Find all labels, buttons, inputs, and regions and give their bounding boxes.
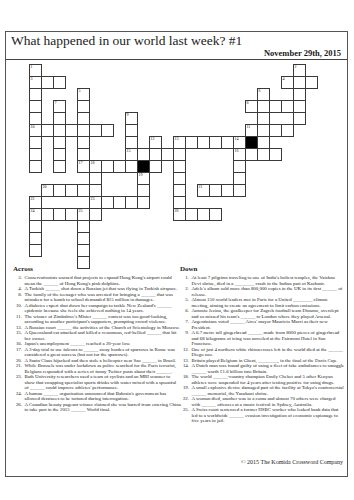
clue-number: 7.: [180, 319, 189, 330]
clue-text: Antonio Jezina, the goalkeeper for Zagre…: [192, 308, 346, 319]
clue-text: A Canadian beauty pageant winner claimed…: [25, 402, 182, 413]
clue-number: 15.: [13, 330, 22, 341]
across-header: Across: [13, 265, 181, 273]
clue-number: 14.: [180, 363, 189, 374]
cell-number: 6: [259, 89, 261, 94]
cell-number: 16: [235, 149, 239, 154]
clue-text: A Queensland cat attacked and killed a v…: [25, 330, 182, 341]
clue-number: 8.: [13, 292, 22, 303]
puzzle-sheet: What happened in our world last week? #1…: [5, 31, 348, 477]
clue: 25.A Swiss court sentenced a former HSBC…: [180, 407, 345, 424]
clue-text: A diabetes expert shut down her campaign…: [25, 303, 182, 314]
cell-number: 5: [79, 89, 81, 94]
down-list: 1.At least 7 pilgrims traveling to one o…: [180, 275, 345, 424]
copyright-footer: © 2015 The Komida Crossword Company: [241, 459, 343, 465]
grid-cell: [29, 244, 42, 257]
clue-text: Adele's album sold more than 800,000 cop…: [192, 286, 346, 297]
cell-number: 2: [295, 65, 297, 70]
grid-cell: [293, 112, 306, 125]
clue: 18.The world ______-country champion Emi…: [180, 374, 345, 385]
clue-text: One of just 4 northern white rhinocerose…: [192, 347, 346, 358]
clue-number: 5.: [180, 297, 189, 308]
page-title: What happened in our world last week? #1: [11, 33, 342, 49]
grid-cell: [269, 148, 282, 161]
clue-number: 3.: [13, 275, 22, 286]
clue: 3.Conservationists warned that projects …: [13, 275, 181, 286]
cell-number: 17: [79, 161, 83, 166]
clue-number: 11.: [13, 314, 22, 325]
down-header: Down: [180, 265, 345, 273]
clue: 9.A 6.7 metre tall gingerbread ______ ma…: [180, 330, 345, 347]
clue-text: At least 7 pilgrims traveling to one of …: [192, 275, 346, 286]
cell-number: 3: [31, 77, 33, 82]
clue-number: 21.: [13, 363, 22, 374]
clue: 24.A human ______ organisation announced…: [13, 391, 181, 402]
cell-number: 19: [139, 173, 143, 178]
cell-number: 15: [127, 149, 131, 154]
clue-text: The family of the teenager who was arres…: [25, 292, 182, 303]
cell-number: 8: [247, 101, 249, 106]
clue: 12.One of just 4 northern white rhinocer…: [180, 347, 345, 358]
grid-cell: [101, 124, 114, 137]
clue-text: A Swiss court sentenced a former HSBC wo…: [192, 407, 346, 424]
cell-number: 26: [175, 209, 179, 214]
clue: 19.A small explosive device damaged part…: [180, 385, 345, 396]
down-clues: Down 1.At least 7 pilgrims traveling to …: [180, 265, 345, 424]
cell-number: 9: [127, 113, 129, 118]
cell-number: 24: [31, 209, 35, 214]
across-list: 3.Conservationists warned that projects …: [13, 275, 181, 413]
clue: 23.Bath University researchers used a te…: [13, 374, 181, 391]
cell-number: 1: [31, 65, 33, 70]
clue-number: 10.: [13, 303, 22, 314]
clue-number: 25.: [180, 407, 189, 424]
cell-number: 18: [91, 161, 95, 166]
clue-text: The world ______-country champion Emily …: [192, 374, 346, 385]
clue-number: 23.: [13, 374, 22, 391]
clue: 10.A diabetes expert shut down her campa…: [13, 303, 181, 314]
clue: 22.A woman died, another was in a coma a…: [180, 396, 345, 407]
clue-number: 9.: [180, 330, 189, 347]
clue: 14.A Dutch man was found guilty of using…: [180, 363, 345, 374]
clue-number: 22.: [180, 396, 189, 407]
cell-number: 23: [91, 197, 95, 202]
page-header: What happened in our world last week? #1…: [6, 32, 347, 60]
clue-number: 12.: [180, 347, 189, 358]
clue-text: A small explosive device damaged part of…: [192, 385, 346, 396]
grid-cell: [233, 184, 246, 197]
clue: 6.Antonio Jezina, the goalkeeper for Zag…: [180, 308, 345, 319]
crossword-page: { "game": "crossword", "header": { "titl…: [0, 0, 354, 500]
grid-cell: [89, 208, 102, 221]
cell-number: 10: [31, 125, 35, 130]
grid-cell: [53, 160, 66, 173]
cell-number: 22: [31, 197, 35, 202]
clue-text: Almost 150 world leaders met in Paris fo…: [192, 297, 346, 308]
clue-number: 19.: [180, 385, 189, 396]
clue: 1.At least 7 pilgrims traveling to one o…: [180, 275, 345, 286]
clue-text: A human ______ organisation announced th…: [25, 391, 182, 402]
grid-cell: [29, 160, 42, 173]
cell-number: 7: [55, 101, 57, 106]
clue-number: 26.: [13, 402, 22, 413]
grid-cell: [209, 208, 222, 221]
grid-cell: [305, 76, 318, 89]
clue: 11.The winner of Zimbabwe's Mister _____…: [13, 314, 181, 325]
cell-number: 25: [79, 209, 83, 214]
clue-text: A 3-day trial to use falcons to ______ a…: [25, 347, 182, 358]
clue-number: 1.: [180, 275, 189, 286]
cell-number: 12: [151, 137, 155, 142]
clue-text: Bath University researchers used a team …: [25, 374, 182, 391]
clue-number: 17.: [13, 347, 22, 358]
page-date: November 29th, 2015: [11, 48, 342, 58]
clue-number: 24.: [13, 391, 22, 402]
cell-number: 13: [175, 137, 179, 142]
clue-number: 18.: [180, 374, 189, 385]
clue-text: A Dutch man was found guilty of using a …: [192, 363, 346, 374]
cell-number: 11: [247, 125, 251, 130]
clue-text: Argentinians voted ______ Aires' mayor M…: [192, 319, 346, 330]
clue: 8.The family of the teenager who was arr…: [13, 292, 181, 303]
crossword-grid: 1234567891011121314151617181920212223242…: [29, 64, 317, 268]
clue: 7.Argentinians voted ______ Aires' mayor…: [180, 319, 345, 330]
clue: 26.A Canadian beauty pageant winner clai…: [13, 402, 181, 413]
clue-text: A woman died, another was in a coma and …: [192, 396, 346, 407]
grid-cell: [281, 124, 294, 137]
clue-number: 2.: [180, 286, 189, 297]
cell-number: 4: [283, 77, 285, 82]
clue: 2.Adele's album sold more than 800,000 c…: [180, 286, 345, 297]
clue-text: Conservationists warned that projects to…: [25, 275, 182, 286]
cell-number: 20: [43, 185, 47, 190]
clue: 21.While Brussels was under lockdown as …: [13, 363, 181, 374]
grid-cell: [53, 76, 66, 89]
clue-text: A 6.7 metre tall gingerbread ______ made…: [192, 330, 346, 347]
clue: 5.Almost 150 world leaders met in Paris …: [180, 297, 345, 308]
grid-cell: [149, 160, 162, 173]
clue: 17.A 3-day trial to use falcons to _____…: [13, 347, 181, 358]
grid-cell: [137, 196, 150, 209]
cell-number: 14: [235, 137, 239, 142]
across-clues: Across 3.Conservationists warned that pr…: [13, 265, 181, 413]
clue-number: 6.: [180, 308, 189, 319]
clue: 15.A Queensland cat attacked and killed …: [13, 330, 181, 341]
clue-text: The winner of Zimbabwe's Mister ______ c…: [25, 314, 182, 325]
cell-number: 21: [199, 185, 203, 190]
clue-text: While Brussels was under lockdown as pol…: [25, 363, 182, 374]
